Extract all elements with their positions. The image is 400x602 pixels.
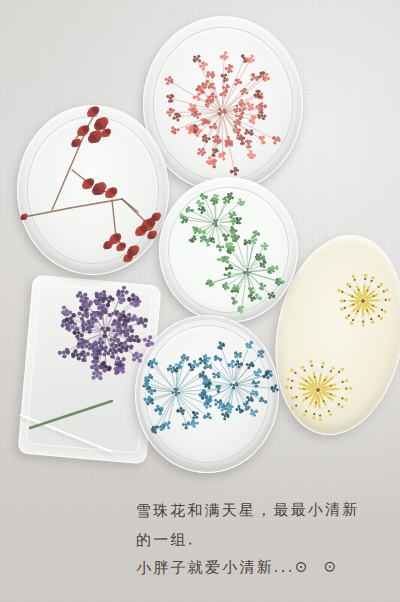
caption-line-3: 小胖子就爱小清新...⊙ ⊙: [136, 552, 394, 582]
photo: 雪珠花和满天星，最最小清新 的一组. 小胖子就爱小清新...⊙ ⊙: [0, 0, 400, 602]
resin-disc-green: [159, 177, 298, 323]
resin-disc-pink: [143, 16, 303, 192]
resin-disc-blue: [135, 315, 279, 473]
caption: 雪珠花和满天星，最最小清新 的一组. 小胖子就爱小清新...⊙ ⊙: [136, 495, 395, 582]
resin-disc-red: [17, 105, 169, 275]
caption-line-1: 雪珠花和满天星，最最小清新: [136, 495, 394, 525]
caption-line-2: 的一组.: [136, 524, 394, 554]
